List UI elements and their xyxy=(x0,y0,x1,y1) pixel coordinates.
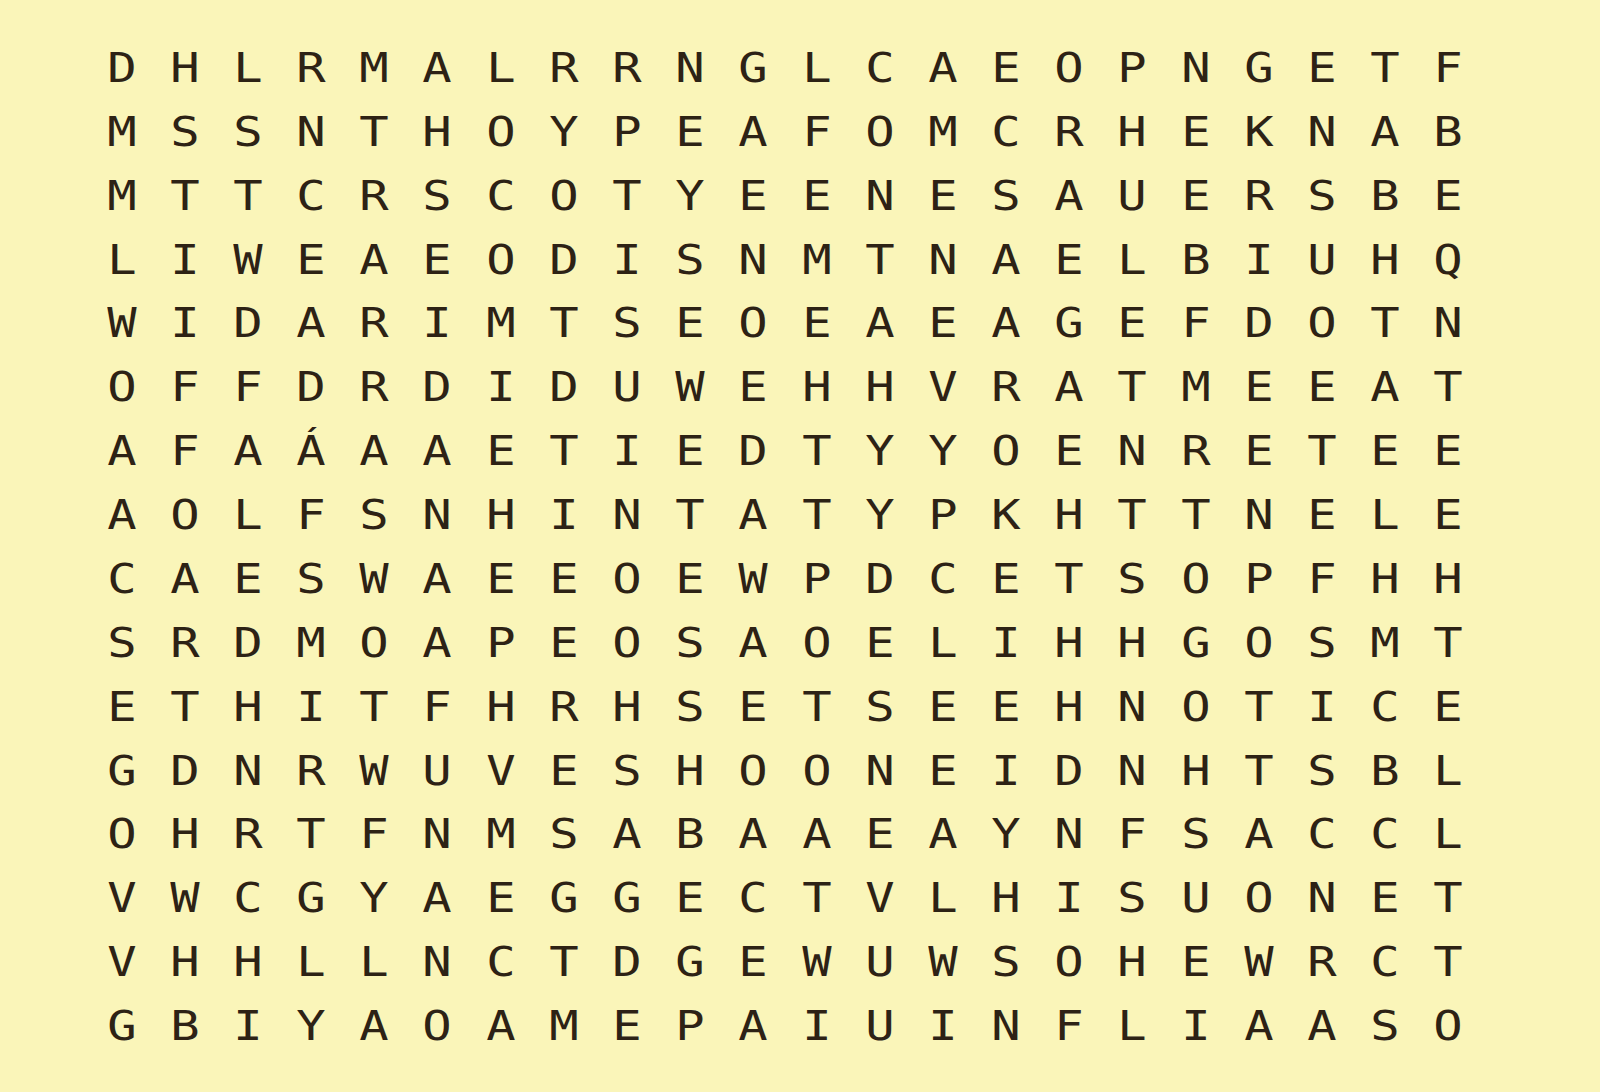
grid-cell[interactable]: R xyxy=(532,675,595,739)
grid-cell[interactable]: C xyxy=(90,547,153,611)
grid-cell[interactable]: O xyxy=(785,611,848,675)
grid-cell[interactable]: T xyxy=(1417,355,1480,419)
grid-cell[interactable]: U xyxy=(848,930,911,994)
grid-cell[interactable]: H xyxy=(1038,483,1101,547)
grid-cell[interactable]: S xyxy=(848,675,911,739)
grid-cell[interactable]: U xyxy=(848,994,911,1058)
grid-cell[interactable]: A xyxy=(1038,164,1101,228)
grid-cell[interactable]: O xyxy=(469,228,532,292)
grid-cell[interactable]: U xyxy=(1101,164,1164,228)
grid-cell[interactable]: E xyxy=(595,994,658,1058)
grid-cell[interactable]: P xyxy=(659,994,722,1058)
grid-cell[interactable]: A xyxy=(722,803,785,867)
grid-cell[interactable]: Q xyxy=(1417,228,1480,292)
grid-cell[interactable]: A xyxy=(1038,355,1101,419)
grid-cell[interactable]: I xyxy=(532,483,595,547)
grid-cell[interactable]: F xyxy=(343,803,406,867)
grid-cell[interactable]: F xyxy=(1038,994,1101,1058)
grid-cell[interactable]: W xyxy=(1227,930,1290,994)
grid-cell[interactable]: D xyxy=(280,355,343,419)
grid-cell[interactable]: H xyxy=(1101,930,1164,994)
grid-cell[interactable]: O xyxy=(1038,930,1101,994)
grid-cell[interactable]: H xyxy=(1101,611,1164,675)
grid-cell[interactable]: G xyxy=(595,866,658,930)
grid-cell[interactable]: C xyxy=(848,36,911,100)
grid-cell[interactable]: N xyxy=(1101,675,1164,739)
grid-cell[interactable]: I xyxy=(153,292,216,356)
grid-cell[interactable]: M xyxy=(1164,355,1227,419)
grid-cell[interactable]: A xyxy=(1290,994,1353,1058)
grid-cell[interactable]: D xyxy=(216,611,279,675)
grid-cell[interactable]: E xyxy=(848,611,911,675)
grid-cell[interactable]: N xyxy=(280,100,343,164)
grid-cell[interactable]: M xyxy=(1354,611,1417,675)
grid-cell[interactable]: L xyxy=(216,36,279,100)
grid-cell[interactable]: C xyxy=(1354,803,1417,867)
grid-cell[interactable]: L xyxy=(1101,994,1164,1058)
grid-cell[interactable]: H xyxy=(1354,228,1417,292)
grid-cell[interactable]: F xyxy=(785,100,848,164)
grid-cell[interactable]: H xyxy=(153,930,216,994)
grid-cell[interactable]: E xyxy=(1164,100,1227,164)
grid-cell[interactable]: A xyxy=(722,483,785,547)
grid-cell[interactable]: R xyxy=(153,611,216,675)
grid-cell[interactable]: E xyxy=(469,866,532,930)
grid-cell[interactable]: F xyxy=(216,355,279,419)
grid-cell[interactable]: E xyxy=(659,419,722,483)
grid-cell[interactable]: A xyxy=(343,994,406,1058)
grid-cell[interactable]: N xyxy=(1164,36,1227,100)
grid-cell[interactable]: E xyxy=(532,739,595,803)
grid-cell[interactable]: E xyxy=(1290,36,1353,100)
grid-cell[interactable]: F xyxy=(280,483,343,547)
grid-cell[interactable]: I xyxy=(406,292,469,356)
grid-cell[interactable]: N xyxy=(1227,483,1290,547)
grid-cell[interactable]: Y xyxy=(911,419,974,483)
grid-cell[interactable]: H xyxy=(216,675,279,739)
grid-cell[interactable]: C xyxy=(722,866,785,930)
grid-cell[interactable]: O xyxy=(532,164,595,228)
grid-cell[interactable]: O xyxy=(785,739,848,803)
grid-cell[interactable]: S xyxy=(659,675,722,739)
grid-cell[interactable]: I xyxy=(975,611,1038,675)
grid-cell[interactable]: D xyxy=(1227,292,1290,356)
grid-cell[interactable]: W xyxy=(343,739,406,803)
grid-cell[interactable]: T xyxy=(280,803,343,867)
grid-cell[interactable]: S xyxy=(1290,611,1353,675)
grid-cell[interactable]: N xyxy=(722,228,785,292)
grid-cell[interactable]: T xyxy=(1164,483,1227,547)
grid-cell[interactable]: C xyxy=(280,164,343,228)
grid-cell[interactable]: N xyxy=(848,739,911,803)
grid-cell[interactable]: E xyxy=(1227,419,1290,483)
grid-cell[interactable]: H xyxy=(1417,547,1480,611)
grid-cell[interactable]: E xyxy=(1290,483,1353,547)
grid-cell[interactable]: A xyxy=(1354,355,1417,419)
grid-cell[interactable]: N xyxy=(406,483,469,547)
grid-cell[interactable]: S xyxy=(280,547,343,611)
grid-cell[interactable]: B xyxy=(1164,228,1227,292)
grid-cell[interactable]: I xyxy=(469,355,532,419)
grid-cell[interactable]: G xyxy=(1164,611,1227,675)
grid-cell[interactable]: O xyxy=(975,419,1038,483)
grid-cell[interactable]: T xyxy=(785,866,848,930)
grid-cell[interactable]: G xyxy=(90,994,153,1058)
grid-cell[interactable]: S xyxy=(153,100,216,164)
grid-cell[interactable]: H xyxy=(216,930,279,994)
grid-cell[interactable]: S xyxy=(1290,164,1353,228)
grid-cell[interactable]: A xyxy=(406,547,469,611)
grid-cell[interactable]: T xyxy=(343,675,406,739)
grid-cell[interactable]: T xyxy=(216,164,279,228)
grid-cell[interactable]: T xyxy=(1417,866,1480,930)
grid-cell[interactable]: O xyxy=(1164,675,1227,739)
grid-cell[interactable]: V xyxy=(90,866,153,930)
grid-cell[interactable]: C xyxy=(975,100,1038,164)
grid-cell[interactable]: A xyxy=(90,419,153,483)
grid-cell[interactable]: E xyxy=(1354,419,1417,483)
grid-cell[interactable]: S xyxy=(216,100,279,164)
grid-cell[interactable]: H xyxy=(1101,100,1164,164)
grid-cell[interactable]: O xyxy=(595,611,658,675)
grid-cell[interactable]: D xyxy=(532,355,595,419)
grid-cell[interactable]: H xyxy=(785,355,848,419)
grid-cell[interactable]: H xyxy=(153,36,216,100)
grid-cell[interactable]: N xyxy=(1290,866,1353,930)
grid-cell[interactable]: L xyxy=(1417,803,1480,867)
grid-cell[interactable]: W xyxy=(722,547,785,611)
grid-cell[interactable]: E xyxy=(722,675,785,739)
grid-cell[interactable]: S xyxy=(343,483,406,547)
grid-cell[interactable]: P xyxy=(785,547,848,611)
grid-cell[interactable]: O xyxy=(1227,611,1290,675)
grid-cell[interactable]: R xyxy=(975,355,1038,419)
grid-cell[interactable]: Y xyxy=(532,100,595,164)
grid-cell[interactable]: W xyxy=(911,930,974,994)
grid-cell[interactable]: D xyxy=(848,547,911,611)
grid-cell[interactable]: L xyxy=(343,930,406,994)
grid-cell[interactable]: B xyxy=(1354,164,1417,228)
grid-cell[interactable]: R xyxy=(1038,100,1101,164)
grid-cell[interactable]: S xyxy=(975,930,1038,994)
grid-cell[interactable]: U xyxy=(406,739,469,803)
grid-cell[interactable]: E xyxy=(659,100,722,164)
grid-cell[interactable]: E xyxy=(90,675,153,739)
grid-cell[interactable]: M xyxy=(90,100,153,164)
grid-cell[interactable]: K xyxy=(1227,100,1290,164)
grid-cell[interactable]: I xyxy=(153,228,216,292)
grid-cell[interactable]: F xyxy=(1164,292,1227,356)
grid-cell[interactable]: V xyxy=(848,866,911,930)
grid-cell[interactable]: N xyxy=(911,228,974,292)
grid-cell[interactable]: S xyxy=(595,292,658,356)
grid-cell[interactable]: R xyxy=(532,36,595,100)
grid-cell[interactable]: O xyxy=(722,292,785,356)
grid-cell[interactable]: V xyxy=(469,739,532,803)
grid-cell[interactable]: H xyxy=(1164,739,1227,803)
grid-cell[interactable]: E xyxy=(722,930,785,994)
grid-cell[interactable]: E xyxy=(785,292,848,356)
grid-cell[interactable]: O xyxy=(1038,36,1101,100)
grid-cell[interactable]: A xyxy=(343,228,406,292)
grid-cell[interactable]: U xyxy=(1164,866,1227,930)
grid-cell[interactable]: H xyxy=(848,355,911,419)
grid-cell[interactable]: L xyxy=(469,36,532,100)
grid-cell[interactable]: C xyxy=(216,866,279,930)
grid-cell[interactable]: H xyxy=(1354,547,1417,611)
grid-cell[interactable]: R xyxy=(280,739,343,803)
grid-cell[interactable]: D xyxy=(722,419,785,483)
grid-cell[interactable]: E xyxy=(659,292,722,356)
grid-cell[interactable]: N xyxy=(406,930,469,994)
grid-cell[interactable]: N xyxy=(406,803,469,867)
grid-cell[interactable]: N xyxy=(659,36,722,100)
grid-cell[interactable]: E xyxy=(216,547,279,611)
grid-cell[interactable]: A xyxy=(848,292,911,356)
grid-cell[interactable]: H xyxy=(1038,611,1101,675)
grid-cell[interactable]: H xyxy=(406,100,469,164)
grid-cell[interactable]: L xyxy=(911,611,974,675)
grid-cell[interactable]: C xyxy=(1354,930,1417,994)
grid-cell[interactable]: R xyxy=(1227,164,1290,228)
grid-cell[interactable]: N xyxy=(1038,803,1101,867)
grid-cell[interactable]: D xyxy=(406,355,469,419)
grid-cell[interactable]: A xyxy=(911,803,974,867)
grid-cell[interactable]: A xyxy=(406,36,469,100)
grid-cell[interactable]: F xyxy=(1417,36,1480,100)
grid-cell[interactable]: I xyxy=(1038,866,1101,930)
grid-cell[interactable]: E xyxy=(280,228,343,292)
grid-cell[interactable]: T xyxy=(659,483,722,547)
grid-cell[interactable]: N xyxy=(975,994,1038,1058)
grid-cell[interactable]: D xyxy=(595,930,658,994)
grid-cell[interactable]: Y xyxy=(848,419,911,483)
grid-cell[interactable]: Y xyxy=(280,994,343,1058)
grid-cell[interactable]: T xyxy=(785,675,848,739)
grid-cell[interactable]: W xyxy=(216,228,279,292)
grid-cell[interactable]: T xyxy=(1038,547,1101,611)
grid-cell[interactable]: Á xyxy=(280,419,343,483)
grid-cell[interactable]: T xyxy=(1290,419,1353,483)
grid-cell[interactable]: T xyxy=(343,100,406,164)
grid-cell[interactable]: M xyxy=(469,803,532,867)
grid-cell[interactable]: E xyxy=(1038,419,1101,483)
grid-cell[interactable]: E xyxy=(1101,292,1164,356)
grid-cell[interactable]: T xyxy=(532,419,595,483)
grid-cell[interactable]: L xyxy=(1417,739,1480,803)
grid-cell[interactable]: T xyxy=(1417,930,1480,994)
grid-cell[interactable]: C xyxy=(1290,803,1353,867)
grid-cell[interactable]: T xyxy=(532,930,595,994)
grid-cell[interactable]: W xyxy=(343,547,406,611)
grid-cell[interactable]: V xyxy=(911,355,974,419)
grid-cell[interactable]: I xyxy=(1164,994,1227,1058)
grid-cell[interactable]: E xyxy=(1417,483,1480,547)
grid-cell[interactable]: A xyxy=(975,228,1038,292)
grid-cell[interactable]: E xyxy=(1417,419,1480,483)
grid-cell[interactable]: B xyxy=(1417,100,1480,164)
grid-cell[interactable]: I xyxy=(595,419,658,483)
grid-cell[interactable]: A xyxy=(280,292,343,356)
grid-cell[interactable]: M xyxy=(785,228,848,292)
grid-cell[interactable]: E xyxy=(1164,930,1227,994)
grid-cell[interactable]: E xyxy=(532,547,595,611)
grid-cell[interactable]: L xyxy=(911,866,974,930)
grid-cell[interactable]: E xyxy=(975,547,1038,611)
grid-cell[interactable]: Y xyxy=(343,866,406,930)
grid-cell[interactable]: E xyxy=(1038,228,1101,292)
grid-cell[interactable]: O xyxy=(848,100,911,164)
grid-cell[interactable]: P xyxy=(1227,547,1290,611)
grid-cell[interactable]: D xyxy=(1038,739,1101,803)
grid-cell[interactable]: A xyxy=(722,100,785,164)
grid-cell[interactable]: S xyxy=(1101,547,1164,611)
grid-cell[interactable]: T xyxy=(1227,739,1290,803)
grid-cell[interactable]: F xyxy=(1101,803,1164,867)
grid-cell[interactable]: M xyxy=(90,164,153,228)
grid-cell[interactable]: R xyxy=(343,164,406,228)
grid-cell[interactable]: F xyxy=(406,675,469,739)
grid-cell[interactable]: T xyxy=(532,292,595,356)
grid-cell[interactable]: A xyxy=(722,611,785,675)
grid-cell[interactable]: G xyxy=(280,866,343,930)
grid-cell[interactable]: L xyxy=(216,483,279,547)
grid-cell[interactable]: E xyxy=(975,675,1038,739)
grid-cell[interactable]: W xyxy=(153,866,216,930)
grid-cell[interactable]: D xyxy=(216,292,279,356)
grid-cell[interactable]: E xyxy=(1417,164,1480,228)
grid-cell[interactable]: S xyxy=(1101,866,1164,930)
grid-cell[interactable]: S xyxy=(659,611,722,675)
grid-cell[interactable]: W xyxy=(659,355,722,419)
grid-cell[interactable]: M xyxy=(911,100,974,164)
grid-cell[interactable]: L xyxy=(1354,483,1417,547)
grid-cell[interactable]: O xyxy=(90,803,153,867)
grid-cell[interactable]: N xyxy=(595,483,658,547)
grid-cell[interactable]: R xyxy=(343,292,406,356)
grid-cell[interactable]: E xyxy=(1164,164,1227,228)
grid-cell[interactable]: C xyxy=(469,164,532,228)
grid-cell[interactable]: G xyxy=(1227,36,1290,100)
grid-cell[interactable]: N xyxy=(216,739,279,803)
grid-cell[interactable]: G xyxy=(659,930,722,994)
grid-cell[interactable]: T xyxy=(1101,355,1164,419)
grid-cell[interactable]: N xyxy=(1101,739,1164,803)
grid-cell[interactable]: B xyxy=(659,803,722,867)
grid-cell[interactable]: E xyxy=(1227,355,1290,419)
grid-cell[interactable]: P xyxy=(595,100,658,164)
grid-cell[interactable]: G xyxy=(90,739,153,803)
grid-cell[interactable]: C xyxy=(911,547,974,611)
grid-cell[interactable]: W xyxy=(785,930,848,994)
grid-cell[interactable]: A xyxy=(1227,994,1290,1058)
grid-cell[interactable]: P xyxy=(1101,36,1164,100)
grid-cell[interactable]: S xyxy=(1164,803,1227,867)
grid-cell[interactable]: E xyxy=(532,611,595,675)
grid-cell[interactable]: S xyxy=(975,164,1038,228)
grid-cell[interactable]: C xyxy=(1354,675,1417,739)
grid-cell[interactable]: T xyxy=(848,228,911,292)
grid-cell[interactable]: H xyxy=(469,675,532,739)
grid-cell[interactable]: I xyxy=(280,675,343,739)
grid-cell[interactable]: I xyxy=(975,739,1038,803)
grid-cell[interactable]: E xyxy=(1354,866,1417,930)
grid-cell[interactable]: G xyxy=(532,866,595,930)
grid-cell[interactable]: I xyxy=(595,228,658,292)
grid-cell[interactable]: I xyxy=(785,994,848,1058)
grid-cell[interactable]: A xyxy=(1354,100,1417,164)
grid-cell[interactable]: T xyxy=(1227,675,1290,739)
grid-cell[interactable]: O xyxy=(1417,994,1480,1058)
grid-cell[interactable]: T xyxy=(785,419,848,483)
grid-cell[interactable]: E xyxy=(659,547,722,611)
grid-cell[interactable]: A xyxy=(343,419,406,483)
grid-cell[interactable]: A xyxy=(216,419,279,483)
grid-cell[interactable]: N xyxy=(1417,292,1480,356)
grid-cell[interactable]: T xyxy=(785,483,848,547)
grid-cell[interactable]: M xyxy=(343,36,406,100)
grid-cell[interactable]: K xyxy=(975,483,1038,547)
grid-cell[interactable]: G xyxy=(722,36,785,100)
grid-cell[interactable]: R xyxy=(595,36,658,100)
grid-cell[interactable]: R xyxy=(280,36,343,100)
grid-cell[interactable]: T xyxy=(1354,292,1417,356)
grid-cell[interactable]: E xyxy=(469,419,532,483)
grid-cell[interactable]: O xyxy=(343,611,406,675)
grid-cell[interactable]: T xyxy=(1101,483,1164,547)
grid-cell[interactable]: R xyxy=(1290,930,1353,994)
grid-cell[interactable]: U xyxy=(1290,228,1353,292)
grid-cell[interactable]: D xyxy=(532,228,595,292)
grid-cell[interactable]: E xyxy=(659,866,722,930)
grid-cell[interactable]: I xyxy=(1227,228,1290,292)
grid-cell[interactable]: M xyxy=(469,292,532,356)
grid-cell[interactable]: H xyxy=(469,483,532,547)
grid-cell[interactable]: A xyxy=(90,483,153,547)
grid-cell[interactable]: H xyxy=(595,675,658,739)
grid-cell[interactable]: A xyxy=(595,803,658,867)
grid-cell[interactable]: N xyxy=(1101,419,1164,483)
grid-cell[interactable]: E xyxy=(785,164,848,228)
grid-cell[interactable]: E xyxy=(911,292,974,356)
grid-cell[interactable]: T xyxy=(153,675,216,739)
grid-cell[interactable]: F xyxy=(1290,547,1353,611)
grid-cell[interactable]: S xyxy=(659,228,722,292)
grid-cell[interactable]: S xyxy=(1290,739,1353,803)
grid-cell[interactable]: P xyxy=(469,611,532,675)
grid-cell[interactable]: E xyxy=(1290,355,1353,419)
grid-cell[interactable]: Y xyxy=(848,483,911,547)
grid-cell[interactable]: O xyxy=(722,739,785,803)
grid-cell[interactable]: L xyxy=(785,36,848,100)
grid-cell[interactable]: A xyxy=(1227,803,1290,867)
grid-cell[interactable]: O xyxy=(1227,866,1290,930)
grid-cell[interactable]: O xyxy=(1290,292,1353,356)
grid-cell[interactable]: H xyxy=(1038,675,1101,739)
grid-cell[interactable]: A xyxy=(911,36,974,100)
grid-cell[interactable]: V xyxy=(90,930,153,994)
grid-cell[interactable]: E xyxy=(406,228,469,292)
grid-cell[interactable]: I xyxy=(1290,675,1353,739)
grid-cell[interactable]: E xyxy=(975,36,1038,100)
grid-cell[interactable]: B xyxy=(1354,739,1417,803)
grid-cell[interactable]: A xyxy=(469,994,532,1058)
grid-cell[interactable]: R xyxy=(343,355,406,419)
grid-cell[interactable]: A xyxy=(406,611,469,675)
grid-cell[interactable]: O xyxy=(406,994,469,1058)
grid-cell[interactable]: O xyxy=(90,355,153,419)
grid-cell[interactable]: S xyxy=(595,739,658,803)
